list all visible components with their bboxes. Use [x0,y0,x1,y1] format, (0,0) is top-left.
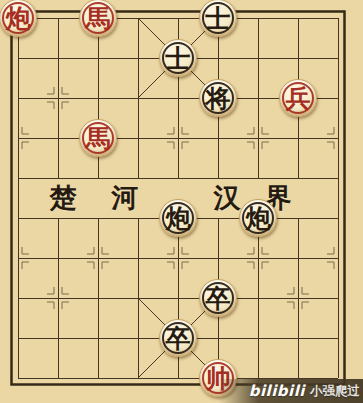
piece-black-advisor-2[interactable]: 士 [159,39,197,77]
bilibili-logo: bilibili [249,382,305,400]
piece-glyph: 兵 [286,86,311,111]
river-label-he: 河 [112,184,139,211]
piece-glyph: 炮 [166,206,191,231]
piece-black-general[interactable]: 将 [199,79,237,117]
piece-black-cannon-2[interactable]: 炮 [239,199,277,237]
watermark: bilibili 小强爬过 [218,379,363,403]
piece-glyph: 将 [206,86,231,111]
piece-glyph: 士 [166,46,191,71]
piece-glyph: 炮 [246,206,271,231]
river-label-han: 汉 [214,184,241,211]
piece-glyph: 卒 [166,326,191,351]
xiangqi-screenshot: 楚 河 汉 界 炮馬士士将兵馬炮炮卒卒帅 bilibili 小强爬过 [0,0,363,403]
piece-black-soldier-2[interactable]: 卒 [159,319,197,357]
piece-black-soldier-1[interactable]: 卒 [199,279,237,317]
piece-glyph: 馬 [86,126,111,151]
river-label-chu: 楚 [50,184,77,211]
piece-glyph: 士 [206,6,231,31]
piece-red-horse-2[interactable]: 馬 [79,119,117,157]
watermark-author: 小强爬过 [310,383,360,400]
piece-red-soldier[interactable]: 兵 [279,79,317,117]
piece-glyph: 炮 [6,6,31,31]
piece-black-cannon-1[interactable]: 炮 [159,199,197,237]
piece-glyph: 卒 [206,286,231,311]
piece-red-horse-1[interactable]: 馬 [79,0,117,37]
piece-glyph: 馬 [86,6,111,31]
piece-black-advisor-1[interactable]: 士 [199,0,237,37]
